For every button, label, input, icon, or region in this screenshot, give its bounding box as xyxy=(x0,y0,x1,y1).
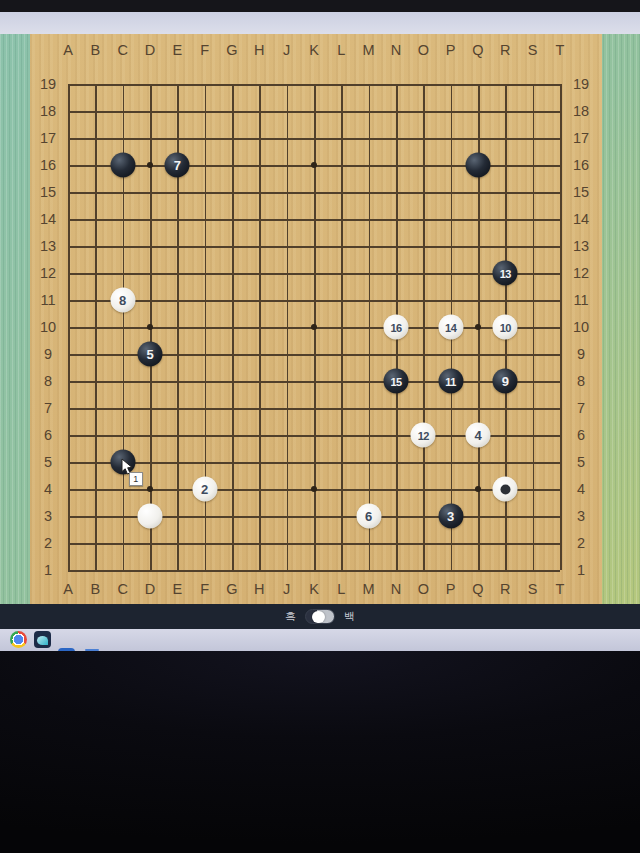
row-label-left-4: 4 xyxy=(44,481,52,497)
col-label-bottom-G: G xyxy=(226,581,237,597)
row-label-right-9: 9 xyxy=(577,346,585,362)
top-bezel xyxy=(0,0,640,12)
grid-vline xyxy=(423,84,425,570)
row-label-left-14: 14 xyxy=(40,211,56,227)
grid-vline xyxy=(369,84,371,570)
chrome-icon[interactable] xyxy=(10,631,27,648)
stone-Q16[interactable] xyxy=(466,153,491,178)
col-label-top-O: O xyxy=(418,42,429,58)
row-label-right-16: 16 xyxy=(573,157,589,173)
star-point-Q10 xyxy=(475,324,481,330)
stone-P3[interactable]: 3 xyxy=(438,504,463,529)
move-number: 6 xyxy=(365,509,372,524)
row-label-left-1: 1 xyxy=(44,562,52,578)
toggle-knob[interactable] xyxy=(312,611,325,624)
col-label-bottom-Q: Q xyxy=(472,581,483,597)
star-point-D10 xyxy=(147,324,153,330)
stone-N10[interactable]: 16 xyxy=(384,315,409,340)
star-point-D16 xyxy=(147,162,153,168)
row-label-right-17: 17 xyxy=(573,130,589,146)
desktop-background xyxy=(0,651,640,853)
stone-O6[interactable]: 12 xyxy=(411,423,436,448)
row-label-right-3: 3 xyxy=(577,508,585,524)
col-label-bottom-E: E xyxy=(172,581,182,597)
row-label-left-11: 11 xyxy=(40,292,55,308)
col-label-bottom-B: B xyxy=(90,581,100,597)
grid-hline xyxy=(68,570,560,572)
stone-C16[interactable] xyxy=(110,153,135,178)
col-label-bottom-C: C xyxy=(117,581,127,597)
grid-hline xyxy=(68,408,560,410)
row-label-right-6: 6 xyxy=(577,427,585,443)
row-label-left-19: 19 xyxy=(40,76,56,92)
stone-R12[interactable]: 13 xyxy=(493,261,518,286)
color-toggle-bar: 흑 백 xyxy=(0,604,640,629)
row-label-left-8: 8 xyxy=(44,373,52,389)
row-label-left-18: 18 xyxy=(40,103,56,119)
row-label-right-10: 10 xyxy=(573,319,589,335)
row-label-left-16: 16 xyxy=(40,157,56,173)
star-point-K10 xyxy=(311,324,317,330)
col-label-top-D: D xyxy=(145,42,155,58)
col-label-top-H: H xyxy=(254,42,264,58)
col-label-top-P: P xyxy=(446,42,456,58)
col-label-bottom-S: S xyxy=(528,581,538,597)
stone-R8[interactable]: 9 xyxy=(493,369,518,394)
col-label-top-L: L xyxy=(337,42,345,58)
whale-browser-icon[interactable] xyxy=(34,631,51,648)
stone-C11[interactable]: 8 xyxy=(110,288,135,313)
col-label-bottom-O: O xyxy=(418,581,429,597)
col-label-bottom-N: N xyxy=(391,581,401,597)
move-number: 12 xyxy=(418,429,429,441)
row-label-right-18: 18 xyxy=(573,103,589,119)
row-label-left-10: 10 xyxy=(40,319,56,335)
stone-D9[interactable]: 5 xyxy=(138,342,163,367)
col-label-top-R: R xyxy=(500,42,510,58)
col-label-bottom-J: J xyxy=(283,581,290,597)
grid-hline xyxy=(68,543,560,545)
move-number: 9 xyxy=(502,374,509,389)
row-label-left-12: 12 xyxy=(40,265,56,281)
row-label-right-19: 19 xyxy=(573,76,589,92)
stone-R10[interactable]: 10 xyxy=(493,315,518,340)
grid-vline xyxy=(341,84,343,570)
go-grid[interactable]: 78513161410151191241263 xyxy=(68,84,560,570)
stone-N8[interactable]: 15 xyxy=(384,369,409,394)
row-label-right-11: 11 xyxy=(573,292,588,308)
col-label-top-T: T xyxy=(556,42,565,58)
star-point-K4 xyxy=(311,486,317,492)
col-label-bottom-F: F xyxy=(200,581,209,597)
col-label-top-G: G xyxy=(226,42,237,58)
window-title-strip xyxy=(0,12,640,34)
row-label-left-5: 5 xyxy=(44,454,52,470)
screen: 78513161410151191241263 AABBCCDDEEFFGGHH… xyxy=(0,0,640,853)
baduk-app-area: 78513161410151191241263 AABBCCDDEEFFGGHH… xyxy=(0,34,640,604)
grid-hline xyxy=(68,381,560,383)
stone-E16[interactable]: 7 xyxy=(165,153,190,178)
grid-vline xyxy=(533,84,535,570)
grid-hline xyxy=(68,462,560,464)
row-label-left-13: 13 xyxy=(40,238,56,254)
move-number: 3 xyxy=(447,509,454,524)
move-number: 5 xyxy=(146,347,153,362)
stone-D3[interactable] xyxy=(138,504,163,529)
move-number: 14 xyxy=(445,321,456,333)
row-label-left-6: 6 xyxy=(44,427,52,443)
row-label-right-13: 13 xyxy=(573,238,589,254)
col-label-bottom-A: A xyxy=(63,581,73,597)
stone-P10[interactable]: 14 xyxy=(438,315,463,340)
row-label-left-9: 9 xyxy=(44,346,52,362)
move-number: 16 xyxy=(390,321,401,333)
col-label-bottom-D: D xyxy=(145,581,155,597)
row-label-right-15: 15 xyxy=(573,184,589,200)
row-label-left-15: 15 xyxy=(40,184,56,200)
row-label-right-1: 1 xyxy=(577,562,585,578)
stone-R4[interactable] xyxy=(493,477,518,502)
row-label-left-2: 2 xyxy=(44,535,52,551)
stone-M3[interactable]: 6 xyxy=(356,504,381,529)
col-label-top-F: F xyxy=(200,42,209,58)
dot-marker xyxy=(500,484,510,494)
black-label: 흑 xyxy=(285,609,296,624)
black-white-toggle[interactable] xyxy=(305,609,335,624)
move-number: 8 xyxy=(119,293,126,308)
col-label-top-N: N xyxy=(391,42,401,58)
col-label-bottom-M: M xyxy=(363,581,375,597)
col-label-top-Q: Q xyxy=(472,42,483,58)
col-label-bottom-R: R xyxy=(500,581,510,597)
stone-P8[interactable]: 11 xyxy=(438,369,463,394)
move-tooltip: 1 xyxy=(129,472,143,486)
col-label-top-S: S xyxy=(528,42,538,58)
move-number: 13 xyxy=(500,267,511,279)
stone-Q6[interactable]: 4 xyxy=(466,423,491,448)
star-point-Q4 xyxy=(475,486,481,492)
move-number: 4 xyxy=(474,428,481,443)
row-label-right-4: 4 xyxy=(577,481,585,497)
star-point-D4 xyxy=(147,486,153,492)
col-label-bottom-L: L xyxy=(337,581,345,597)
col-label-top-J: J xyxy=(283,42,290,58)
row-label-right-14: 14 xyxy=(573,211,589,227)
col-label-top-M: M xyxy=(363,42,375,58)
move-number: 10 xyxy=(500,321,511,333)
col-label-top-C: C xyxy=(117,42,127,58)
row-label-left-3: 3 xyxy=(44,508,52,524)
move-number: 7 xyxy=(174,158,181,173)
grid-vline xyxy=(560,84,562,570)
col-label-top-K: K xyxy=(309,42,319,58)
row-label-right-2: 2 xyxy=(577,535,585,551)
row-label-left-17: 17 xyxy=(40,130,56,146)
move-number: 15 xyxy=(390,375,401,387)
col-label-bottom-K: K xyxy=(309,581,319,597)
col-label-top-B: B xyxy=(90,42,100,58)
white-label: 백 xyxy=(344,609,355,624)
col-label-top-E: E xyxy=(172,42,182,58)
col-label-top-A: A xyxy=(63,42,73,58)
row-label-right-12: 12 xyxy=(573,265,589,281)
move-number: 11 xyxy=(445,375,456,387)
col-label-bottom-P: P xyxy=(446,581,456,597)
move-number: 2 xyxy=(201,482,208,497)
col-label-bottom-H: H xyxy=(254,581,264,597)
row-label-right-5: 5 xyxy=(577,454,585,470)
row-label-left-7: 7 xyxy=(44,400,52,416)
star-point-K16 xyxy=(311,162,317,168)
row-label-right-7: 7 xyxy=(577,400,585,416)
taskbar xyxy=(0,629,640,651)
stone-F4[interactable]: 2 xyxy=(192,477,217,502)
row-label-right-8: 8 xyxy=(577,373,585,389)
col-label-bottom-T: T xyxy=(556,581,565,597)
go-board[interactable]: 78513161410151191241263 AABBCCDDEEFFGGHH… xyxy=(30,34,602,604)
